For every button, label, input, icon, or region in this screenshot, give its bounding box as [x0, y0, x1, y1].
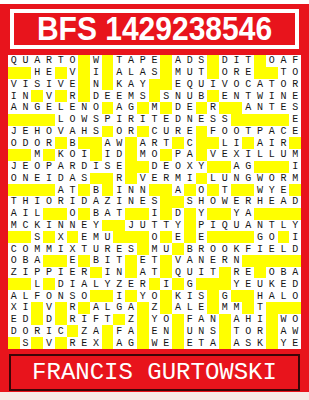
- letter-cell: T: [102, 314, 114, 326]
- letter-cell: S: [31, 79, 43, 91]
- letter-cell: I: [20, 302, 32, 314]
- letter-cell: L: [219, 137, 231, 149]
- blocked-cell: [242, 302, 254, 314]
- letter-cell: A: [242, 102, 254, 114]
- blocked-cell: [219, 267, 231, 279]
- letter-cell: N: [207, 314, 219, 326]
- letter-cell: V: [207, 149, 219, 161]
- letter-cell: A: [231, 161, 243, 173]
- letter-cell: E: [78, 220, 90, 232]
- blocked-cell: [43, 149, 55, 161]
- blocked-cell: [55, 302, 67, 314]
- letter-cell: E: [289, 114, 301, 126]
- letter-cell: E: [67, 267, 79, 279]
- letter-cell: Z: [102, 196, 114, 208]
- letter-cell: N: [231, 90, 243, 102]
- letter-cell: U: [20, 55, 32, 67]
- blocked-cell: [184, 220, 196, 232]
- letter-cell: T: [149, 114, 161, 126]
- letter-cell: R: [196, 243, 208, 255]
- blocked-cell: [43, 231, 55, 243]
- letter-cell: T: [242, 126, 254, 138]
- letter-cell: B: [20, 255, 32, 267]
- letter-cell: O: [67, 149, 79, 161]
- letter-cell: T: [219, 184, 231, 196]
- letter-cell: Y: [266, 184, 278, 196]
- book-cover: BFS 1429238546 QUARTOWTAPEADSDITOAFHEVIA…: [0, 0, 309, 400]
- letter-cell: O: [219, 126, 231, 138]
- letter-cell: Q: [219, 220, 231, 232]
- blocked-cell: [207, 161, 219, 173]
- letter-cell: A: [125, 79, 137, 91]
- letter-cell: R: [278, 137, 290, 149]
- letter-cell: A: [266, 126, 278, 138]
- letter-cell: A: [67, 126, 79, 138]
- letter-cell: O: [231, 79, 243, 91]
- letter-cell: C: [149, 126, 161, 138]
- letter-cell: R: [67, 314, 79, 326]
- blocked-cell: [231, 290, 243, 302]
- letter-cell: Y: [289, 220, 301, 232]
- blocked-cell: [125, 173, 137, 185]
- letter-cell: G: [242, 173, 254, 185]
- letter-cell: S: [160, 90, 172, 102]
- letter-cell: W: [254, 90, 266, 102]
- blocked-cell: [172, 314, 184, 326]
- blocked-cell: [125, 290, 137, 302]
- letter-cell: L: [31, 208, 43, 220]
- blocked-cell: [160, 79, 172, 91]
- blocked-cell: [278, 302, 290, 314]
- letter-cell: R: [113, 173, 125, 185]
- letter-cell: E: [113, 243, 125, 255]
- letter-cell: A: [242, 220, 254, 232]
- blocked-cell: [172, 337, 184, 349]
- letter-cell: A: [102, 208, 114, 220]
- letter-cell: A: [278, 196, 290, 208]
- blocked-cell: [160, 184, 172, 196]
- blocked-cell: [137, 314, 149, 326]
- blocked-cell: [90, 173, 102, 185]
- letter-cell: M: [289, 149, 301, 161]
- letter-cell: O: [43, 290, 55, 302]
- letter-cell: I: [78, 314, 90, 326]
- letter-cell: U: [184, 90, 196, 102]
- letter-cell: N: [196, 325, 208, 337]
- blocked-cell: [55, 255, 67, 267]
- letter-cell: A: [55, 184, 67, 196]
- letter-cell: X: [55, 231, 67, 243]
- letter-cell: T: [231, 325, 243, 337]
- letter-cell: V: [43, 337, 55, 349]
- letter-cell: O: [67, 114, 79, 126]
- letter-cell: O: [43, 196, 55, 208]
- author-name: FRANCIS GURTOWSKI: [32, 361, 277, 385]
- letter-cell: E: [8, 314, 20, 326]
- blocked-cell: [102, 173, 114, 185]
- letter-cell: I: [289, 161, 301, 173]
- blocked-cell: [219, 102, 231, 114]
- letter-cell: X: [184, 161, 196, 173]
- blocked-cell: [242, 231, 254, 243]
- blocked-cell: [149, 184, 161, 196]
- letter-cell: O: [67, 208, 79, 220]
- letter-cell: I: [289, 231, 301, 243]
- letter-cell: G: [113, 302, 125, 314]
- letter-cell: L: [278, 220, 290, 232]
- blocked-cell: [207, 208, 219, 220]
- letter-cell: E: [149, 55, 161, 67]
- blocked-cell: [43, 184, 55, 196]
- blocked-cell: [67, 231, 79, 243]
- letter-cell: A: [78, 278, 90, 290]
- letter-cell: U: [278, 149, 290, 161]
- blocked-cell: [207, 231, 219, 243]
- blocked-cell: [125, 208, 137, 220]
- letter-cell: I: [43, 325, 55, 337]
- letter-cell: D: [149, 161, 161, 173]
- letter-cell: S: [20, 337, 32, 349]
- letter-cell: M: [149, 243, 161, 255]
- letter-cell: U: [231, 220, 243, 232]
- blocked-cell: [219, 325, 231, 337]
- letter-cell: V: [67, 67, 79, 79]
- letter-cell: M: [172, 173, 184, 185]
- letter-cell: Y: [172, 220, 184, 232]
- letter-cell: A: [125, 55, 137, 67]
- blocked-cell: [137, 325, 149, 337]
- letter-cell: G: [242, 161, 254, 173]
- letter-cell: O: [219, 243, 231, 255]
- letter-cell: R: [149, 137, 161, 149]
- letter-cell: A: [231, 314, 243, 326]
- letter-cell: K: [266, 278, 278, 290]
- letter-cell: C: [8, 243, 20, 255]
- letter-cell: B: [90, 208, 102, 220]
- blocked-cell: [102, 290, 114, 302]
- blocked-cell: [219, 208, 231, 220]
- letter-cell: L: [90, 278, 102, 290]
- letter-cell: D: [289, 278, 301, 290]
- blocked-cell: [31, 314, 43, 326]
- letter-cell: W: [278, 314, 290, 326]
- letter-cell: I: [254, 243, 266, 255]
- letter-cell: A: [172, 55, 184, 67]
- letter-cell: X: [67, 243, 79, 255]
- letter-cell: Q: [184, 79, 196, 91]
- letter-cell: T: [78, 243, 90, 255]
- blocked-cell: [78, 90, 90, 102]
- letter-cell: T: [8, 196, 20, 208]
- blocked-cell: [31, 90, 43, 102]
- blocked-cell: [43, 114, 55, 126]
- letter-cell: R: [242, 196, 254, 208]
- letter-cell: C: [20, 220, 32, 232]
- letter-cell: G: [125, 102, 137, 114]
- letter-cell: A: [242, 208, 254, 220]
- letter-cell: A: [254, 137, 266, 149]
- letter-cell: N: [278, 90, 290, 102]
- letter-cell: D: [289, 243, 301, 255]
- letter-cell: E: [219, 149, 231, 161]
- letter-cell: S: [90, 114, 102, 126]
- blocked-cell: [113, 314, 125, 326]
- letter-cell: M: [172, 67, 184, 79]
- letter-cell: I: [149, 208, 161, 220]
- blocked-cell: [289, 255, 301, 267]
- blocked-cell: [78, 137, 90, 149]
- letter-cell: N: [20, 173, 32, 185]
- letter-cell: E: [125, 278, 137, 290]
- blocked-cell: [8, 149, 20, 161]
- letter-cell: O: [289, 67, 301, 79]
- letter-cell: Y: [196, 161, 208, 173]
- blocked-cell: [102, 126, 114, 138]
- blocked-cell: [149, 278, 161, 290]
- blocked-cell: [55, 208, 67, 220]
- letter-cell: T: [160, 137, 172, 149]
- letter-cell: E: [207, 255, 219, 267]
- blocked-cell: [102, 184, 114, 196]
- blocked-cell: [219, 337, 231, 349]
- letter-cell: A: [184, 149, 196, 161]
- letter-cell: S: [67, 290, 79, 302]
- letter-cell: P: [137, 55, 149, 67]
- letter-cell: E: [137, 196, 149, 208]
- letter-cell: D: [172, 114, 184, 126]
- blocked-cell: [266, 114, 278, 126]
- letter-cell: T: [67, 184, 79, 196]
- letter-cell: E: [20, 126, 32, 138]
- letter-cell: F: [289, 55, 301, 67]
- letter-cell: A: [31, 55, 43, 67]
- letter-cell: E: [20, 161, 32, 173]
- letter-cell: B: [184, 243, 196, 255]
- blocked-cell: [102, 102, 114, 114]
- blocked-cell: [254, 255, 266, 267]
- letter-cell: P: [172, 149, 184, 161]
- letter-cell: I: [113, 290, 125, 302]
- blocked-cell: [20, 184, 32, 196]
- letter-cell: M: [137, 149, 149, 161]
- letter-cell: N: [254, 220, 266, 232]
- blocked-cell: [278, 231, 290, 243]
- letter-cell: O: [78, 290, 90, 302]
- letter-cell: N: [125, 184, 137, 196]
- letter-cell: T: [207, 267, 219, 279]
- blocked-cell: [184, 208, 196, 220]
- letter-cell: R: [43, 137, 55, 149]
- letter-cell: W: [90, 55, 102, 67]
- letter-cell: D: [184, 55, 196, 67]
- letter-cell: M: [43, 243, 55, 255]
- letter-cell: U: [219, 173, 231, 185]
- blocked-cell: [219, 278, 231, 290]
- blocked-cell: [219, 161, 231, 173]
- letter-cell: J: [8, 161, 20, 173]
- letter-cell: Y: [231, 208, 243, 220]
- letter-cell: L: [125, 67, 137, 79]
- blocked-cell: [55, 337, 67, 349]
- letter-cell: I: [207, 220, 219, 232]
- letter-cell: F: [90, 314, 102, 326]
- blocked-cell: [113, 231, 125, 243]
- letter-cell: L: [55, 114, 67, 126]
- letter-cell: T: [149, 267, 161, 279]
- letter-cell: I: [254, 314, 266, 326]
- letter-cell: R: [67, 90, 79, 102]
- letter-cell: S: [196, 55, 208, 67]
- blocked-cell: [289, 184, 301, 196]
- letter-cell: A: [266, 290, 278, 302]
- letter-cell: L: [20, 290, 32, 302]
- letter-cell: U: [254, 278, 266, 290]
- letter-cell: I: [160, 278, 172, 290]
- letter-cell: E: [160, 161, 172, 173]
- letter-cell: Y: [231, 278, 243, 290]
- blocked-cell: [184, 231, 196, 243]
- letter-cell: R: [55, 196, 67, 208]
- letter-cell: A: [113, 337, 125, 349]
- letter-cell: Y: [196, 208, 208, 220]
- blocked-cell: [160, 231, 172, 243]
- letter-cell: O: [289, 290, 301, 302]
- blocked-cell: [254, 114, 266, 126]
- letter-cell: I: [102, 149, 114, 161]
- letter-cell: T: [278, 67, 290, 79]
- letter-cell: N: [113, 267, 125, 279]
- letter-cell: V: [219, 79, 231, 91]
- blocked-cell: [8, 278, 20, 290]
- blocked-cell: [8, 67, 20, 79]
- letter-cell: N: [254, 102, 266, 114]
- letter-cell: O: [231, 126, 243, 138]
- letter-cell: E: [113, 161, 125, 173]
- letter-cell: U: [137, 220, 149, 232]
- letter-cell: I: [231, 137, 243, 149]
- letter-cell: Z: [8, 267, 20, 279]
- letter-cell: E: [278, 278, 290, 290]
- letter-cell: W: [149, 337, 161, 349]
- letter-cell: T: [242, 55, 254, 67]
- letter-cell: O: [149, 231, 161, 243]
- letter-cell: N: [55, 220, 67, 232]
- blocked-cell: [160, 302, 172, 314]
- letter-cell: A: [254, 79, 266, 91]
- letter-cell: G: [219, 290, 231, 302]
- letter-cell: H: [196, 196, 208, 208]
- letter-cell: D: [219, 55, 231, 67]
- letter-cell: A: [113, 67, 125, 79]
- letter-cell: I: [137, 114, 149, 126]
- letter-cell: O: [266, 231, 278, 243]
- blocked-cell: [125, 137, 137, 149]
- blocked-cell: [266, 325, 278, 337]
- letter-cell: D: [55, 173, 67, 185]
- letter-cell: A: [289, 267, 301, 279]
- blocked-cell: [172, 278, 184, 290]
- blocked-cell: [196, 173, 208, 185]
- blocked-cell: [160, 290, 172, 302]
- letter-cell: A: [8, 208, 20, 220]
- letter-cell: A: [8, 290, 20, 302]
- letter-cell: R: [43, 55, 55, 67]
- letter-cell: I: [102, 255, 114, 267]
- letter-cell: E: [289, 90, 301, 102]
- author-box: FRANCIS GURTOWSKI: [9, 354, 300, 391]
- letter-cell: O: [196, 184, 208, 196]
- letter-cell: A: [278, 325, 290, 337]
- letter-cell: X: [8, 302, 20, 314]
- letter-cell: A: [278, 55, 290, 67]
- blocked-cell: [137, 161, 149, 173]
- letter-cell: L: [254, 149, 266, 161]
- blocked-cell: [67, 325, 79, 337]
- letter-cell: G: [254, 231, 266, 243]
- letter-cell: E: [242, 267, 254, 279]
- blocked-cell: [160, 102, 172, 114]
- blocked-cell: [231, 231, 243, 243]
- letter-cell: T: [196, 337, 208, 349]
- blocked-cell: [172, 196, 184, 208]
- blocked-cell: [172, 137, 184, 149]
- letter-cell: D: [8, 325, 20, 337]
- blocked-cell: [160, 67, 172, 79]
- letter-cell: E: [67, 255, 79, 267]
- letter-cell: Q: [172, 267, 184, 279]
- letter-cell: N: [231, 173, 243, 185]
- letter-cell: I: [184, 290, 196, 302]
- letter-cell: I: [113, 184, 125, 196]
- letter-cell: N: [160, 325, 172, 337]
- letter-cell: O: [266, 173, 278, 185]
- letter-cell: X: [90, 337, 102, 349]
- letter-cell: A: [196, 314, 208, 326]
- letter-cell: S: [137, 90, 149, 102]
- letter-cell: O: [160, 314, 172, 326]
- letter-cell: V: [55, 126, 67, 138]
- letter-cell: E: [184, 102, 196, 114]
- letter-cell: E: [172, 79, 184, 91]
- blocked-cell: [90, 149, 102, 161]
- letter-cell: E: [242, 67, 254, 79]
- letter-cell: R: [78, 267, 90, 279]
- blocked-cell: [137, 231, 149, 243]
- blocked-cell: [231, 114, 243, 126]
- blocked-cell: [102, 67, 114, 79]
- letter-cell: L: [102, 302, 114, 314]
- letter-cell: O: [8, 173, 20, 185]
- letter-cell: A: [90, 196, 102, 208]
- letter-cell: Y: [90, 220, 102, 232]
- blocked-cell: [278, 161, 290, 173]
- blocked-cell: [207, 184, 219, 196]
- letter-cell: K: [113, 79, 125, 91]
- letter-cell: D: [78, 161, 90, 173]
- letter-cell: B: [90, 255, 102, 267]
- letter-cell: A: [137, 137, 149, 149]
- blocked-cell: [289, 302, 301, 314]
- letter-cell: N: [78, 102, 90, 114]
- blocked-cell: [125, 267, 137, 279]
- blocked-cell: [20, 231, 32, 243]
- blocked-cell: [43, 208, 55, 220]
- blocked-cell: [55, 90, 67, 102]
- letter-cell: W: [219, 196, 231, 208]
- blocked-cell: [43, 255, 55, 267]
- letter-cell: D: [20, 314, 32, 326]
- letter-cell: U: [196, 79, 208, 91]
